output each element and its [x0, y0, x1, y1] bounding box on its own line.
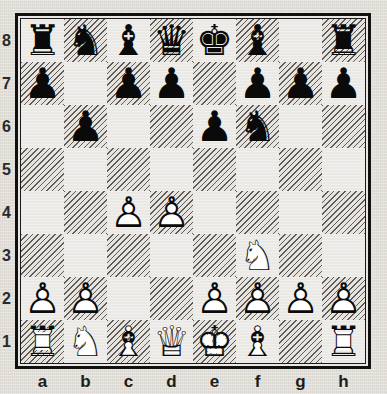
square-a4[interactable] — [21, 191, 64, 234]
rank-label-5: 5 — [0, 148, 13, 191]
square-e8[interactable]: ♚ — [193, 19, 236, 62]
file-label-h: h — [322, 372, 365, 392]
white-pawn-fill: ♟ — [322, 277, 365, 320]
black-pawn: ♟ — [193, 105, 236, 148]
square-b8[interactable]: ♞ — [64, 19, 107, 62]
square-c3[interactable] — [107, 234, 150, 277]
square-e1[interactable]: ♚♔ — [193, 320, 236, 363]
square-a7[interactable]: ♟ — [21, 62, 64, 105]
black-bishop: ♝ — [107, 19, 150, 62]
square-c7[interactable]: ♟ — [107, 62, 150, 105]
black-pawn: ♟ — [322, 62, 365, 105]
square-c1[interactable]: ♝♗ — [107, 320, 150, 363]
white-king: ♔ — [193, 320, 236, 363]
white-pawn-fill: ♟ — [107, 191, 150, 234]
square-g3[interactable] — [279, 234, 322, 277]
black-queen: ♛ — [150, 19, 193, 62]
square-e7[interactable] — [193, 62, 236, 105]
white-queen-fill: ♛ — [150, 320, 193, 363]
white-pawn-fill: ♟ — [279, 277, 322, 320]
black-king: ♚ — [193, 19, 236, 62]
square-b7[interactable] — [64, 62, 107, 105]
white-knight: ♘ — [64, 320, 107, 363]
square-e4[interactable] — [193, 191, 236, 234]
square-d4[interactable]: ♟♙ — [150, 191, 193, 234]
square-c2[interactable] — [107, 277, 150, 320]
square-d1[interactable]: ♛♕ — [150, 320, 193, 363]
square-g5[interactable] — [279, 148, 322, 191]
file-labels: abcdefgh — [21, 372, 365, 392]
square-h7[interactable]: ♟ — [322, 62, 365, 105]
rank-label-6: 6 — [0, 105, 13, 148]
square-h6[interactable] — [322, 105, 365, 148]
white-pawn-fill: ♟ — [193, 277, 236, 320]
rank-label-7: 7 — [0, 62, 13, 105]
black-pawn: ♟ — [21, 62, 64, 105]
white-pawn-fill: ♟ — [236, 277, 279, 320]
square-d5[interactable] — [150, 148, 193, 191]
white-knight-fill: ♞ — [64, 320, 107, 363]
square-b5[interactable] — [64, 148, 107, 191]
square-b6[interactable]: ♟ — [64, 105, 107, 148]
square-g1[interactable] — [279, 320, 322, 363]
file-label-c: c — [107, 372, 150, 392]
square-a3[interactable] — [21, 234, 64, 277]
square-h1[interactable]: ♜♖ — [322, 320, 365, 363]
white-rook: ♖ — [322, 320, 365, 363]
white-pawn: ♙ — [322, 277, 365, 320]
file-label-d: d — [150, 372, 193, 392]
square-c4[interactable]: ♟♙ — [107, 191, 150, 234]
square-f4[interactable] — [236, 191, 279, 234]
black-pawn: ♟ — [150, 62, 193, 105]
white-bishop: ♗ — [236, 320, 279, 363]
square-d3[interactable] — [150, 234, 193, 277]
square-f3[interactable]: ♞♘ — [236, 234, 279, 277]
file-label-e: e — [193, 372, 236, 392]
black-bishop: ♝ — [236, 19, 279, 62]
square-b2[interactable]: ♟♙ — [64, 277, 107, 320]
board-inner-frame: ♜♞♝♛♚♝♜♟♟♟♟♟♟♟♟♞♟♙♟♙♞♘♟♙♟♙♟♙♟♙♟♙♟♙♜♖♞♘♝♗… — [20, 18, 366, 364]
white-pawn: ♙ — [193, 277, 236, 320]
square-f7[interactable]: ♟ — [236, 62, 279, 105]
white-pawn: ♙ — [150, 191, 193, 234]
black-pawn: ♟ — [64, 105, 107, 148]
square-g2[interactable]: ♟♙ — [279, 277, 322, 320]
square-c6[interactable] — [107, 105, 150, 148]
file-label-g: g — [279, 372, 322, 392]
black-rook: ♜ — [21, 19, 64, 62]
white-bishop: ♗ — [107, 320, 150, 363]
white-bishop-fill: ♝ — [236, 320, 279, 363]
board-grid: ♜♞♝♛♚♝♜♟♟♟♟♟♟♟♟♞♟♙♟♙♞♘♟♙♟♙♟♙♟♙♟♙♟♙♜♖♞♘♝♗… — [21, 19, 365, 363]
rank-label-4: 4 — [0, 191, 13, 234]
square-f8[interactable]: ♝ — [236, 19, 279, 62]
square-a2[interactable]: ♟♙ — [21, 277, 64, 320]
white-knight: ♘ — [236, 234, 279, 277]
square-e6[interactable]: ♟ — [193, 105, 236, 148]
square-h4[interactable] — [322, 191, 365, 234]
square-h5[interactable] — [322, 148, 365, 191]
square-h3[interactable] — [322, 234, 365, 277]
square-e5[interactable] — [193, 148, 236, 191]
square-e2[interactable]: ♟♙ — [193, 277, 236, 320]
file-label-f: f — [236, 372, 279, 392]
square-f5[interactable] — [236, 148, 279, 191]
rank-label-8: 8 — [0, 19, 13, 62]
white-king-fill: ♚ — [193, 320, 236, 363]
black-pawn: ♟ — [107, 62, 150, 105]
square-f1[interactable]: ♝♗ — [236, 320, 279, 363]
white-pawn: ♙ — [21, 277, 64, 320]
square-b4[interactable] — [64, 191, 107, 234]
white-queen: ♕ — [150, 320, 193, 363]
square-b1[interactable]: ♞♘ — [64, 320, 107, 363]
white-rook-fill: ♜ — [322, 320, 365, 363]
black-pawn: ♟ — [236, 62, 279, 105]
file-label-b: b — [64, 372, 107, 392]
square-d8[interactable]: ♛ — [150, 19, 193, 62]
file-label-a: a — [21, 372, 64, 392]
square-a8[interactable]: ♜ — [21, 19, 64, 62]
square-d6[interactable] — [150, 105, 193, 148]
white-pawn: ♙ — [64, 277, 107, 320]
black-knight: ♞ — [236, 105, 279, 148]
rank-label-1: 1 — [0, 320, 13, 363]
black-knight: ♞ — [64, 19, 107, 62]
chess-board: ♜♞♝♛♚♝♜♟♟♟♟♟♟♟♟♞♟♙♟♙♞♘♟♙♟♙♟♙♟♙♟♙♟♙♜♖♞♘♝♗… — [15, 13, 371, 369]
white-rook-fill: ♜ — [21, 320, 64, 363]
rank-labels: 87654321 — [0, 19, 13, 363]
white-pawn-fill: ♟ — [21, 277, 64, 320]
square-h8[interactable]: ♜ — [322, 19, 365, 62]
white-bishop-fill: ♝ — [107, 320, 150, 363]
square-h2[interactable]: ♟♙ — [322, 277, 365, 320]
white-pawn: ♙ — [107, 191, 150, 234]
square-g7[interactable]: ♟ — [279, 62, 322, 105]
white-pawn: ♙ — [279, 277, 322, 320]
white-pawn: ♙ — [236, 277, 279, 320]
rank-label-3: 3 — [0, 234, 13, 277]
white-rook: ♖ — [21, 320, 64, 363]
square-b3[interactable] — [64, 234, 107, 277]
square-c5[interactable] — [107, 148, 150, 191]
square-a1[interactable]: ♜♖ — [21, 320, 64, 363]
square-f6[interactable]: ♞ — [236, 105, 279, 148]
square-a6[interactable] — [21, 105, 64, 148]
square-c8[interactable]: ♝ — [107, 19, 150, 62]
square-g4[interactable] — [279, 191, 322, 234]
rank-label-2: 2 — [0, 277, 13, 320]
square-a5[interactable] — [21, 148, 64, 191]
square-g6[interactable] — [279, 105, 322, 148]
square-d2[interactable] — [150, 277, 193, 320]
chess-diagram-page: { "game": "chess", "position": { "fen": … — [0, 0, 387, 394]
square-g8[interactable] — [279, 19, 322, 62]
white-pawn-fill: ♟ — [64, 277, 107, 320]
black-rook: ♜ — [322, 19, 365, 62]
white-knight-fill: ♞ — [236, 234, 279, 277]
white-pawn-fill: ♟ — [150, 191, 193, 234]
square-f2[interactable]: ♟♙ — [236, 277, 279, 320]
black-pawn: ♟ — [279, 62, 322, 105]
square-d7[interactable]: ♟ — [150, 62, 193, 105]
square-e3[interactable] — [193, 234, 236, 277]
